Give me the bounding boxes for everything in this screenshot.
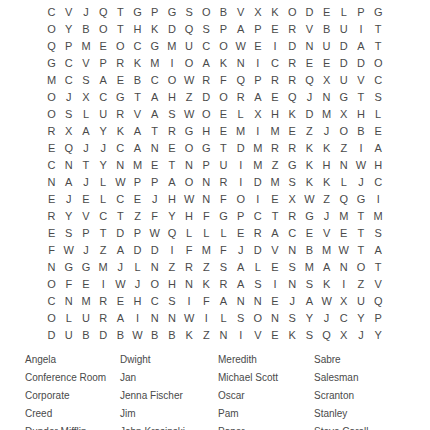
grid-cell[interactable]: E <box>284 123 301 140</box>
grid-cell[interactable]: S <box>284 310 301 327</box>
grid-cell[interactable]: Q <box>95 4 112 21</box>
grid-cell[interactable]: T <box>112 21 129 38</box>
grid-cell[interactable]: W <box>129 327 146 344</box>
grid-cell[interactable]: S <box>60 106 77 123</box>
grid-cell[interactable]: J <box>301 89 318 106</box>
grid-cell[interactable]: N <box>198 191 215 208</box>
grid-cell[interactable]: E <box>163 140 180 157</box>
grid-cell[interactable]: B <box>352 123 369 140</box>
grid-cell[interactable]: O <box>352 259 369 276</box>
grid-cell[interactable]: X <box>335 293 352 310</box>
grid-cell[interactable]: E <box>43 191 60 208</box>
grid-cell[interactable]: P <box>249 21 266 38</box>
grid-cell[interactable]: M <box>95 259 112 276</box>
grid-cell[interactable]: Z <box>318 191 335 208</box>
grid-cell[interactable]: T <box>352 89 369 106</box>
grid-cell[interactable]: F <box>146 208 163 225</box>
grid-cell[interactable]: C <box>60 55 77 72</box>
grid-cell[interactable]: J <box>318 310 335 327</box>
grid-cell[interactable]: H <box>352 106 369 123</box>
grid-cell[interactable]: Z <box>352 276 369 293</box>
grid-cell[interactable]: Q <box>43 38 60 55</box>
grid-cell[interactable]: K <box>215 55 232 72</box>
grid-cell[interactable]: B <box>77 327 94 344</box>
grid-cell[interactable]: A <box>163 174 180 191</box>
grid-cell[interactable]: B <box>146 327 163 344</box>
grid-cell[interactable]: T <box>129 89 146 106</box>
grid-cell[interactable]: B <box>77 21 94 38</box>
grid-cell[interactable]: O <box>249 310 266 327</box>
grid-cell[interactable]: Y <box>301 310 318 327</box>
grid-cell[interactable]: A <box>60 174 77 191</box>
grid-cell[interactable]: S <box>77 72 94 89</box>
grid-cell[interactable]: C <box>335 310 352 327</box>
grid-cell[interactable]: I <box>249 123 266 140</box>
grid-cell[interactable]: R <box>43 208 60 225</box>
grid-cell[interactable]: H <box>163 276 180 293</box>
grid-cell[interactable]: P <box>129 174 146 191</box>
grid-cell[interactable]: W <box>335 242 352 259</box>
grid-cell[interactable]: M <box>129 157 146 174</box>
grid-cell[interactable]: A <box>129 123 146 140</box>
grid-cell[interactable]: Y <box>95 123 112 140</box>
grid-cell[interactable]: C <box>284 225 301 242</box>
grid-cell[interactable]: G <box>198 140 215 157</box>
grid-cell[interactable]: I <box>232 174 249 191</box>
grid-cell[interactable]: G <box>352 191 369 208</box>
grid-cell[interactable]: T <box>112 208 129 225</box>
grid-cell[interactable]: E <box>215 106 232 123</box>
grid-cell[interactable]: R <box>266 72 283 89</box>
grid-cell[interactable]: B <box>301 242 318 259</box>
grid-cell[interactable]: M <box>232 123 249 140</box>
grid-cell[interactable]: S <box>181 4 198 21</box>
grid-cell[interactable]: G <box>77 259 94 276</box>
grid-cell[interactable]: O <box>43 276 60 293</box>
grid-cell[interactable]: C <box>95 208 112 225</box>
grid-cell[interactable]: P <box>77 225 94 242</box>
grid-cell[interactable]: T <box>352 208 369 225</box>
grid-cell[interactable]: Q <box>301 72 318 89</box>
grid-cell[interactable]: D <box>112 225 129 242</box>
grid-cell[interactable]: J <box>77 174 94 191</box>
grid-cell[interactable]: M <box>335 208 352 225</box>
grid-cell[interactable]: Y <box>163 208 180 225</box>
grid-cell[interactable]: E <box>112 72 129 89</box>
grid-cell[interactable]: L <box>60 310 77 327</box>
grid-cell[interactable]: E <box>112 293 129 310</box>
grid-cell[interactable]: X <box>60 123 77 140</box>
grid-cell[interactable]: B <box>163 327 180 344</box>
grid-cell[interactable]: L <box>249 259 266 276</box>
grid-cell[interactable]: R <box>284 72 301 89</box>
grid-cell[interactable]: A <box>318 259 335 276</box>
grid-cell[interactable]: K <box>301 174 318 191</box>
grid-cell[interactable]: Z <box>198 259 215 276</box>
grid-cell[interactable]: M <box>266 123 283 140</box>
grid-cell[interactable]: Q <box>60 140 77 157</box>
grid-cell[interactable]: P <box>352 4 369 21</box>
grid-cell[interactable]: K <box>266 4 283 21</box>
grid-cell[interactable]: E <box>266 293 283 310</box>
grid-cell[interactable]: S <box>198 21 215 38</box>
grid-cell[interactable]: I <box>352 140 369 157</box>
grid-cell[interactable]: D <box>43 327 60 344</box>
grid-cell[interactable]: D <box>249 242 266 259</box>
grid-cell[interactable]: I <box>163 55 180 72</box>
grid-cell[interactable]: K <box>198 276 215 293</box>
grid-cell[interactable]: V <box>77 55 94 72</box>
grid-cell[interactable]: G <box>284 157 301 174</box>
grid-cell[interactable]: G <box>43 55 60 72</box>
grid-cell[interactable]: W <box>181 191 198 208</box>
grid-cell[interactable]: O <box>215 38 232 55</box>
grid-cell[interactable]: N <box>335 157 352 174</box>
grid-cell[interactable]: P <box>198 157 215 174</box>
grid-cell[interactable]: P <box>370 310 387 327</box>
grid-cell[interactable]: M <box>198 242 215 259</box>
grid-cell[interactable]: X <box>249 4 266 21</box>
grid-cell[interactable]: D <box>163 21 180 38</box>
grid-cell[interactable]: W <box>112 276 129 293</box>
grid-cell[interactable]: W <box>318 293 335 310</box>
grid-cell[interactable]: I <box>181 293 198 310</box>
grid-cell[interactable]: R <box>95 310 112 327</box>
grid-cell[interactable]: R <box>112 106 129 123</box>
grid-cell[interactable]: J <box>77 242 94 259</box>
grid-cell[interactable]: Z <box>181 89 198 106</box>
grid-cell[interactable]: Y <box>60 208 77 225</box>
grid-cell[interactable]: Z <box>198 327 215 344</box>
grid-cell[interactable]: N <box>43 174 60 191</box>
grid-cell[interactable]: W <box>352 157 369 174</box>
grid-cell[interactable]: U <box>95 106 112 123</box>
grid-cell[interactable]: E <box>146 157 163 174</box>
grid-cell[interactable]: U <box>352 293 369 310</box>
grid-cell[interactable]: N <box>232 293 249 310</box>
grid-cell[interactable]: C <box>112 140 129 157</box>
grid-cell[interactable]: N <box>284 276 301 293</box>
grid-cell[interactable]: G <box>301 208 318 225</box>
grid-cell[interactable]: T <box>215 140 232 157</box>
grid-cell[interactable]: C <box>60 72 77 89</box>
grid-cell[interactable]: I <box>266 276 283 293</box>
grid-cell[interactable]: S <box>284 174 301 191</box>
grid-cell[interactable]: G <box>335 89 352 106</box>
grid-cell[interactable]: E <box>301 55 318 72</box>
grid-cell[interactable]: D <box>284 38 301 55</box>
grid-cell[interactable]: P <box>146 174 163 191</box>
grid-cell[interactable]: E <box>43 140 60 157</box>
grid-cell[interactable]: J <box>352 174 369 191</box>
grid-cell[interactable]: E <box>249 38 266 55</box>
grid-cell[interactable]: G <box>181 123 198 140</box>
grid-cell[interactable]: I <box>198 310 215 327</box>
grid-cell[interactable]: E <box>318 4 335 21</box>
grid-cell[interactable]: L <box>129 259 146 276</box>
grid-cell[interactable]: A <box>232 276 249 293</box>
grid-cell[interactable]: E <box>215 123 232 140</box>
grid-cell[interactable]: M <box>301 259 318 276</box>
grid-cell[interactable]: W <box>232 38 249 55</box>
grid-cell[interactable]: F <box>215 72 232 89</box>
grid-cell[interactable]: E <box>232 225 249 242</box>
grid-cell[interactable]: J <box>146 191 163 208</box>
grid-cell[interactable]: R <box>181 259 198 276</box>
grid-cell[interactable]: N <box>266 310 283 327</box>
grid-cell[interactable]: J <box>318 208 335 225</box>
grid-cell[interactable]: L <box>232 106 249 123</box>
grid-cell[interactable]: N <box>284 242 301 259</box>
grid-cell[interactable]: R <box>95 293 112 310</box>
grid-cell[interactable]: O <box>284 4 301 21</box>
grid-cell[interactable]: W <box>181 310 198 327</box>
grid-cell[interactable]: K <box>284 327 301 344</box>
grid-cell[interactable]: V <box>318 225 335 242</box>
grid-cell[interactable]: H <box>266 106 283 123</box>
grid-cell[interactable]: S <box>232 310 249 327</box>
grid-cell[interactable]: T <box>95 225 112 242</box>
grid-cell[interactable]: B <box>215 4 232 21</box>
grid-cell[interactable]: D <box>198 89 215 106</box>
grid-cell[interactable]: F <box>43 242 60 259</box>
grid-cell[interactable]: U <box>215 157 232 174</box>
grid-cell[interactable]: T <box>370 259 387 276</box>
grid-cell[interactable]: H <box>181 208 198 225</box>
grid-cell[interactable]: D <box>95 327 112 344</box>
grid-cell[interactable]: Z <box>129 208 146 225</box>
grid-cell[interactable]: J <box>232 242 249 259</box>
grid-cell[interactable]: N <box>181 276 198 293</box>
grid-cell[interactable]: H <box>370 157 387 174</box>
grid-cell[interactable]: K <box>318 174 335 191</box>
grid-cell[interactable]: E <box>266 259 283 276</box>
grid-cell[interactable]: E <box>129 191 146 208</box>
grid-cell[interactable]: N <box>112 157 129 174</box>
grid-cell[interactable]: E <box>335 225 352 242</box>
grid-cell[interactable]: V <box>60 4 77 21</box>
grid-cell[interactable]: R <box>266 140 283 157</box>
grid-cell[interactable]: K <box>146 21 163 38</box>
grid-cell[interactable]: M <box>77 293 94 310</box>
grid-cell[interactable]: C <box>43 157 60 174</box>
grid-cell[interactable]: T <box>370 38 387 55</box>
grid-cell[interactable]: V <box>370 276 387 293</box>
grid-cell[interactable]: P <box>95 55 112 72</box>
grid-cell[interactable]: O <box>181 55 198 72</box>
grid-cell[interactable]: V <box>301 21 318 38</box>
grid-cell[interactable]: S <box>249 276 266 293</box>
grid-cell[interactable]: O <box>146 276 163 293</box>
grid-cell[interactable]: U <box>318 38 335 55</box>
grid-cell[interactable]: G <box>129 4 146 21</box>
grid-cell[interactable]: P <box>60 38 77 55</box>
grid-cell[interactable]: F <box>181 242 198 259</box>
grid-cell[interactable]: I <box>370 191 387 208</box>
grid-cell[interactable]: D <box>352 55 369 72</box>
grid-cell[interactable]: L <box>181 225 198 242</box>
grid-cell[interactable]: M <box>163 38 180 55</box>
grid-cell[interactable]: C <box>198 38 215 55</box>
grid-cell[interactable]: M <box>266 174 283 191</box>
grid-cell[interactable]: C <box>95 89 112 106</box>
grid-cell[interactable]: W <box>301 191 318 208</box>
grid-cell[interactable]: O <box>181 174 198 191</box>
grid-cell[interactable]: T <box>352 242 369 259</box>
grid-cell[interactable]: E <box>266 21 283 38</box>
grid-cell[interactable]: D <box>301 106 318 123</box>
grid-cell[interactable]: I <box>249 191 266 208</box>
grid-cell[interactable]: F <box>198 208 215 225</box>
grid-cell[interactable]: R <box>284 55 301 72</box>
grid-cell[interactable]: L <box>95 191 112 208</box>
grid-cell[interactable]: A <box>77 123 94 140</box>
grid-cell[interactable]: C <box>43 4 60 21</box>
grid-cell[interactable]: E <box>266 327 283 344</box>
grid-cell[interactable]: I <box>232 157 249 174</box>
grid-cell[interactable]: A <box>198 55 215 72</box>
grid-cell[interactable]: X <box>335 327 352 344</box>
grid-cell[interactable]: X <box>335 106 352 123</box>
grid-cell[interactable]: B <box>129 72 146 89</box>
grid-cell[interactable]: N <box>146 310 163 327</box>
grid-cell[interactable]: Q <box>335 191 352 208</box>
grid-cell[interactable]: D <box>146 242 163 259</box>
grid-cell[interactable]: T <box>163 157 180 174</box>
grid-cell[interactable]: N <box>43 259 60 276</box>
grid-cell[interactable]: I <box>249 55 266 72</box>
grid-cell[interactable]: N <box>335 259 352 276</box>
grid-cell[interactable]: E <box>301 225 318 242</box>
grid-cell[interactable]: K <box>181 327 198 344</box>
grid-cell[interactable]: V <box>352 72 369 89</box>
grid-cell[interactable]: K <box>284 106 301 123</box>
grid-cell[interactable]: T <box>146 123 163 140</box>
grid-cell[interactable]: N <box>301 38 318 55</box>
grid-cell[interactable]: N <box>60 293 77 310</box>
grid-cell[interactable]: Y <box>352 310 369 327</box>
grid-cell[interactable]: K <box>301 140 318 157</box>
grid-cell[interactable]: Z <box>335 140 352 157</box>
grid-cell[interactable]: B <box>318 21 335 38</box>
grid-cell[interactable]: O <box>198 106 215 123</box>
grid-cell[interactable]: Q <box>163 225 180 242</box>
grid-cell[interactable]: E <box>77 276 94 293</box>
grid-cell[interactable]: T <box>370 21 387 38</box>
grid-cell[interactable]: P <box>129 225 146 242</box>
grid-cell[interactable]: T <box>112 4 129 21</box>
grid-cell[interactable]: M <box>146 55 163 72</box>
grid-cell[interactable]: Y <box>95 157 112 174</box>
grid-cell[interactable]: L <box>335 4 352 21</box>
grid-cell[interactable]: D <box>232 140 249 157</box>
grid-cell[interactable]: P <box>249 72 266 89</box>
grid-cell[interactable]: J <box>352 327 369 344</box>
grid-cell[interactable]: C <box>370 174 387 191</box>
grid-cell[interactable]: I <box>266 38 283 55</box>
grid-cell[interactable]: O <box>232 191 249 208</box>
grid-cell[interactable]: M <box>43 72 60 89</box>
grid-cell[interactable]: N <box>215 327 232 344</box>
grid-cell[interactable]: R <box>249 225 266 242</box>
grid-cell[interactable]: C <box>266 55 283 72</box>
grid-cell[interactable]: J <box>95 140 112 157</box>
grid-cell[interactable]: K <box>301 157 318 174</box>
grid-cell[interactable]: A <box>266 225 283 242</box>
grid-cell[interactable]: V <box>249 327 266 344</box>
grid-cell[interactable]: D <box>249 174 266 191</box>
grid-cell[interactable]: H <box>163 191 180 208</box>
grid-cell[interactable]: Y <box>60 21 77 38</box>
grid-cell[interactable]: G <box>112 89 129 106</box>
grid-cell[interactable]: O <box>181 140 198 157</box>
grid-cell[interactable]: W <box>181 72 198 89</box>
grid-cell[interactable]: S <box>370 89 387 106</box>
grid-cell[interactable]: I <box>352 21 369 38</box>
grid-cell[interactable]: E <box>266 191 283 208</box>
grid-cell[interactable]: G <box>146 38 163 55</box>
grid-cell[interactable]: U <box>60 327 77 344</box>
grid-cell[interactable]: O <box>198 4 215 21</box>
grid-cell[interactable]: R <box>198 72 215 89</box>
grid-cell[interactable]: R <box>284 140 301 157</box>
grid-cell[interactable]: U <box>181 38 198 55</box>
grid-cell[interactable]: A <box>146 89 163 106</box>
grid-cell[interactable]: N <box>198 174 215 191</box>
grid-cell[interactable]: I <box>232 327 249 344</box>
grid-cell[interactable]: T <box>266 208 283 225</box>
grid-cell[interactable]: I <box>163 242 180 259</box>
grid-cell[interactable]: J <box>77 4 94 21</box>
grid-cell[interactable]: C <box>43 293 60 310</box>
grid-cell[interactable]: H <box>163 89 180 106</box>
grid-cell[interactable]: O <box>95 21 112 38</box>
grid-cell[interactable]: N <box>232 55 249 72</box>
grid-cell[interactable]: G <box>370 4 387 21</box>
grid-cell[interactable]: L <box>215 310 232 327</box>
grid-cell[interactable]: D <box>335 55 352 72</box>
grid-cell[interactable]: W <box>112 174 129 191</box>
grid-cell[interactable]: G <box>163 4 180 21</box>
grid-cell[interactable]: S <box>284 259 301 276</box>
grid-cell[interactable]: Y <box>370 327 387 344</box>
grid-cell[interactable]: X <box>77 89 94 106</box>
grid-cell[interactable]: N <box>146 140 163 157</box>
grid-cell[interactable]: S <box>215 259 232 276</box>
grid-cell[interactable]: Q <box>284 89 301 106</box>
grid-cell[interactable]: R <box>284 21 301 38</box>
grid-cell[interactable]: A <box>146 106 163 123</box>
grid-cell[interactable]: S <box>163 293 180 310</box>
grid-cell[interactable]: T <box>77 157 94 174</box>
grid-cell[interactable]: O <box>43 21 60 38</box>
grid-cell[interactable]: C <box>129 38 146 55</box>
grid-cell[interactable]: L <box>215 225 232 242</box>
grid-cell[interactable]: E <box>370 123 387 140</box>
grid-cell[interactable]: J <box>318 123 335 140</box>
grid-cell[interactable]: J <box>60 191 77 208</box>
grid-cell[interactable]: T <box>352 225 369 242</box>
grid-cell[interactable]: O <box>163 72 180 89</box>
grid-cell[interactable]: F <box>198 293 215 310</box>
grid-cell[interactable]: Q <box>318 327 335 344</box>
grid-cell[interactable]: P <box>232 208 249 225</box>
grid-cell[interactable]: N <box>181 157 198 174</box>
grid-cell[interactable]: N <box>163 310 180 327</box>
grid-cell[interactable]: P <box>146 4 163 21</box>
grid-cell[interactable]: O <box>43 106 60 123</box>
grid-cell[interactable]: N <box>146 259 163 276</box>
